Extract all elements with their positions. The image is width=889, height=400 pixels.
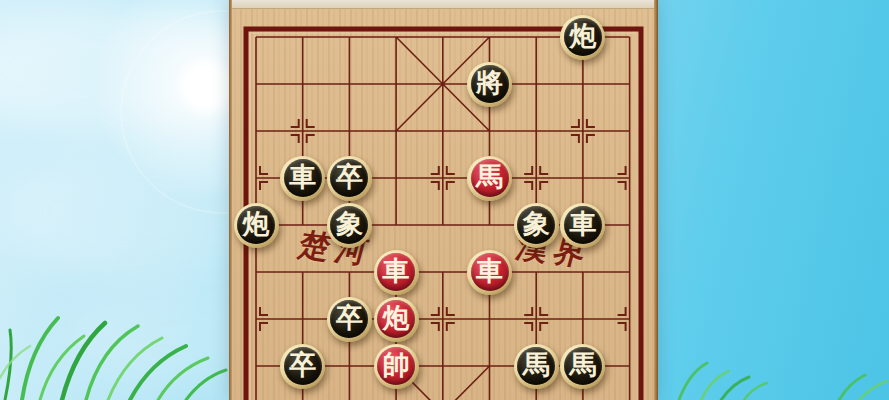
piece-face: 車 <box>284 159 322 197</box>
piece-red-chariot[interactable]: 車 <box>374 250 419 295</box>
piece-red-general[interactable]: 帥 <box>374 344 419 389</box>
piece-face: 象 <box>517 206 555 244</box>
piece-glyph: 帥 <box>383 352 410 379</box>
piece-glyph: 炮 <box>569 23 596 50</box>
piece-glyph: 車 <box>383 258 410 285</box>
piece-glyph: 馬 <box>523 352 550 379</box>
piece-face: 帥 <box>377 347 415 385</box>
piece-face: 馬 <box>517 347 555 385</box>
piece-glyph: 卒 <box>336 164 363 191</box>
piece-glyph: 卒 <box>289 352 316 379</box>
grass-left <box>0 278 230 400</box>
piece-red-chariot[interactable]: 車 <box>467 250 512 295</box>
piece-glyph: 炮 <box>243 211 270 238</box>
piece-black-horse[interactable]: 馬 <box>560 344 605 389</box>
piece-glyph: 馬 <box>569 352 596 379</box>
piece-black-cannon[interactable]: 炮 <box>234 203 279 248</box>
board-grid <box>229 0 658 400</box>
piece-face: 卒 <box>330 300 368 338</box>
piece-glyph: 車 <box>569 211 596 238</box>
game-scene: 楚河 漢界 炮將車卒馬炮象象車車車卒炮卒帥馬馬 <box>0 0 889 400</box>
piece-glyph: 將 <box>476 70 503 97</box>
sun-icon <box>180 60 232 112</box>
piece-black-soldier[interactable]: 卒 <box>280 344 325 389</box>
piece-black-cannon[interactable]: 炮 <box>560 15 605 60</box>
piece-face: 炮 <box>564 18 602 56</box>
piece-face: 馬 <box>564 347 602 385</box>
piece-glyph: 卒 <box>336 305 363 332</box>
piece-black-soldier[interactable]: 卒 <box>327 297 372 342</box>
piece-black-soldier[interactable]: 卒 <box>327 156 372 201</box>
piece-black-horse[interactable]: 馬 <box>514 344 559 389</box>
piece-black-chariot[interactable]: 車 <box>560 203 605 248</box>
piece-glyph: 象 <box>523 211 550 238</box>
piece-glyph: 馬 <box>476 164 503 191</box>
piece-face: 卒 <box>330 159 368 197</box>
piece-face: 象 <box>330 206 368 244</box>
piece-face: 將 <box>471 65 509 103</box>
piece-face: 炮 <box>237 206 275 244</box>
piece-face: 馬 <box>471 159 509 197</box>
piece-glyph: 車 <box>476 258 503 285</box>
piece-face: 車 <box>564 206 602 244</box>
piece-red-cannon[interactable]: 炮 <box>374 297 419 342</box>
piece-glyph: 炮 <box>383 305 410 332</box>
piece-glyph: 象 <box>336 211 363 238</box>
piece-red-horse[interactable]: 馬 <box>467 156 512 201</box>
piece-black-elephant[interactable]: 象 <box>327 203 372 248</box>
xiangqi-board[interactable]: 楚河 漢界 炮將車卒馬炮象象車車車卒炮卒帥馬馬 <box>229 0 658 400</box>
grass-right <box>649 353 889 400</box>
piece-black-chariot[interactable]: 車 <box>280 156 325 201</box>
piece-glyph: 車 <box>289 164 316 191</box>
piece-face: 炮 <box>377 300 415 338</box>
piece-black-elephant[interactable]: 象 <box>514 203 559 248</box>
piece-face: 車 <box>471 253 509 291</box>
piece-black-general[interactable]: 將 <box>467 62 512 107</box>
piece-face: 車 <box>377 253 415 291</box>
piece-face: 卒 <box>284 347 322 385</box>
